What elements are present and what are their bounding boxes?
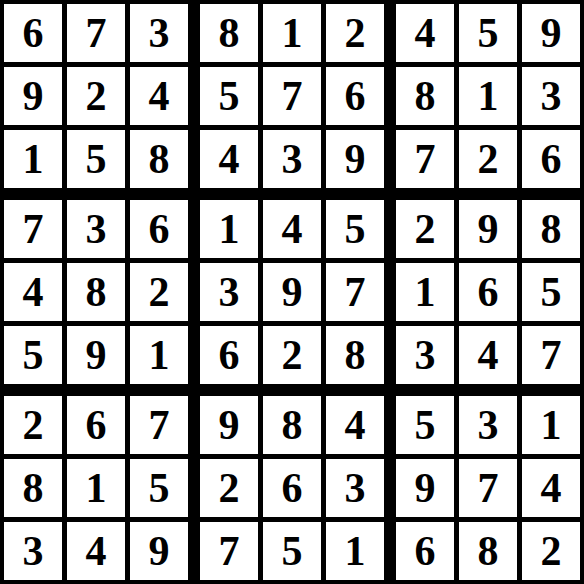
cell-r4c6[interactable]: 5 xyxy=(326,200,384,258)
cell-r9c7[interactable]: 6 xyxy=(396,522,454,580)
cell-r8c5[interactable]: 6 xyxy=(263,459,321,517)
cell-r8c8[interactable]: 7 xyxy=(459,459,517,517)
cell-r6c5[interactable]: 2 xyxy=(263,326,321,384)
cell-r2c8[interactable]: 1 xyxy=(459,67,517,125)
cell-r5c9[interactable]: 5 xyxy=(522,263,580,321)
cell-r4c2[interactable]: 3 xyxy=(67,200,125,258)
cell-r9c8[interactable]: 8 xyxy=(459,522,517,580)
cell-r1c9[interactable]: 9 xyxy=(522,4,580,62)
cell-r5c5[interactable]: 9 xyxy=(263,263,321,321)
cell-r8c1[interactable]: 8 xyxy=(4,459,62,517)
cell-r6c2[interactable]: 9 xyxy=(67,326,125,384)
cell-r7c5[interactable]: 8 xyxy=(263,396,321,454)
cell-r1c5[interactable]: 1 xyxy=(263,4,321,62)
cell-r2c4[interactable]: 5 xyxy=(200,67,258,125)
cell-r6c9[interactable]: 7 xyxy=(522,326,580,384)
cell-r4c3[interactable]: 6 xyxy=(130,200,188,258)
cell-r1c6[interactable]: 2 xyxy=(326,4,384,62)
cell-r9c4[interactable]: 7 xyxy=(200,522,258,580)
cell-r8c9[interactable]: 4 xyxy=(522,459,580,517)
cell-r8c2[interactable]: 1 xyxy=(67,459,125,517)
cell-r6c6[interactable]: 8 xyxy=(326,326,384,384)
cell-r4c9[interactable]: 8 xyxy=(522,200,580,258)
cell-r6c8[interactable]: 4 xyxy=(459,326,517,384)
cell-r1c8[interactable]: 5 xyxy=(459,4,517,62)
cell-r5c7[interactable]: 1 xyxy=(396,263,454,321)
cell-r1c2[interactable]: 7 xyxy=(67,4,125,62)
cell-r6c4[interactable]: 6 xyxy=(200,326,258,384)
cell-r5c6[interactable]: 7 xyxy=(326,263,384,321)
cell-r4c8[interactable]: 9 xyxy=(459,200,517,258)
cell-r6c7[interactable]: 3 xyxy=(396,326,454,384)
cell-r8c7[interactable]: 9 xyxy=(396,459,454,517)
cell-r3c4[interactable]: 4 xyxy=(200,130,258,188)
cell-r9c9[interactable]: 2 xyxy=(522,522,580,580)
cell-r8c4[interactable]: 2 xyxy=(200,459,258,517)
cell-r2c3[interactable]: 4 xyxy=(130,67,188,125)
cell-r7c7[interactable]: 5 xyxy=(396,396,454,454)
cell-r4c7[interactable]: 2 xyxy=(396,200,454,258)
cell-r9c3[interactable]: 9 xyxy=(130,522,188,580)
cell-r6c3[interactable]: 1 xyxy=(130,326,188,384)
cell-r8c3[interactable]: 5 xyxy=(130,459,188,517)
cell-r1c3[interactable]: 3 xyxy=(130,4,188,62)
cell-r9c2[interactable]: 4 xyxy=(67,522,125,580)
cell-r5c3[interactable]: 2 xyxy=(130,263,188,321)
cell-r7c8[interactable]: 3 xyxy=(459,396,517,454)
cell-r2c6[interactable]: 6 xyxy=(326,67,384,125)
cell-r7c2[interactable]: 6 xyxy=(67,396,125,454)
cell-r7c4[interactable]: 9 xyxy=(200,396,258,454)
cell-r6c1[interactable]: 5 xyxy=(4,326,62,384)
cell-r9c6[interactable]: 1 xyxy=(326,522,384,580)
cell-r4c5[interactable]: 4 xyxy=(263,200,321,258)
sudoku-board: 6738124599245768131584397267361452984823… xyxy=(0,0,584,584)
sudoku-page: 6738124599245768131584397267361452984823… xyxy=(0,0,584,584)
cell-r7c3[interactable]: 7 xyxy=(130,396,188,454)
cell-r9c5[interactable]: 5 xyxy=(263,522,321,580)
cell-r5c1[interactable]: 4 xyxy=(4,263,62,321)
cell-r4c1[interactable]: 7 xyxy=(4,200,62,258)
cell-r3c7[interactable]: 7 xyxy=(396,130,454,188)
cell-r7c6[interactable]: 4 xyxy=(326,396,384,454)
cell-r9c1[interactable]: 3 xyxy=(4,522,62,580)
cell-r3c2[interactable]: 5 xyxy=(67,130,125,188)
cell-r3c8[interactable]: 2 xyxy=(459,130,517,188)
cell-r7c1[interactable]: 2 xyxy=(4,396,62,454)
cell-r8c6[interactable]: 3 xyxy=(326,459,384,517)
cell-r3c3[interactable]: 8 xyxy=(130,130,188,188)
cell-r2c5[interactable]: 7 xyxy=(263,67,321,125)
cell-r2c7[interactable]: 8 xyxy=(396,67,454,125)
cell-r4c4[interactable]: 1 xyxy=(200,200,258,258)
cell-r1c4[interactable]: 8 xyxy=(200,4,258,62)
cell-r3c1[interactable]: 1 xyxy=(4,130,62,188)
cell-r3c9[interactable]: 6 xyxy=(522,130,580,188)
cell-r3c6[interactable]: 9 xyxy=(326,130,384,188)
cell-r2c9[interactable]: 3 xyxy=(522,67,580,125)
cell-r5c8[interactable]: 6 xyxy=(459,263,517,321)
cell-r7c9[interactable]: 1 xyxy=(522,396,580,454)
cell-r5c2[interactable]: 8 xyxy=(67,263,125,321)
cell-r1c7[interactable]: 4 xyxy=(396,4,454,62)
cell-r5c4[interactable]: 3 xyxy=(200,263,258,321)
cell-r2c1[interactable]: 9 xyxy=(4,67,62,125)
cell-r2c2[interactable]: 2 xyxy=(67,67,125,125)
cell-r3c5[interactable]: 3 xyxy=(263,130,321,188)
cell-r1c1[interactable]: 6 xyxy=(4,4,62,62)
